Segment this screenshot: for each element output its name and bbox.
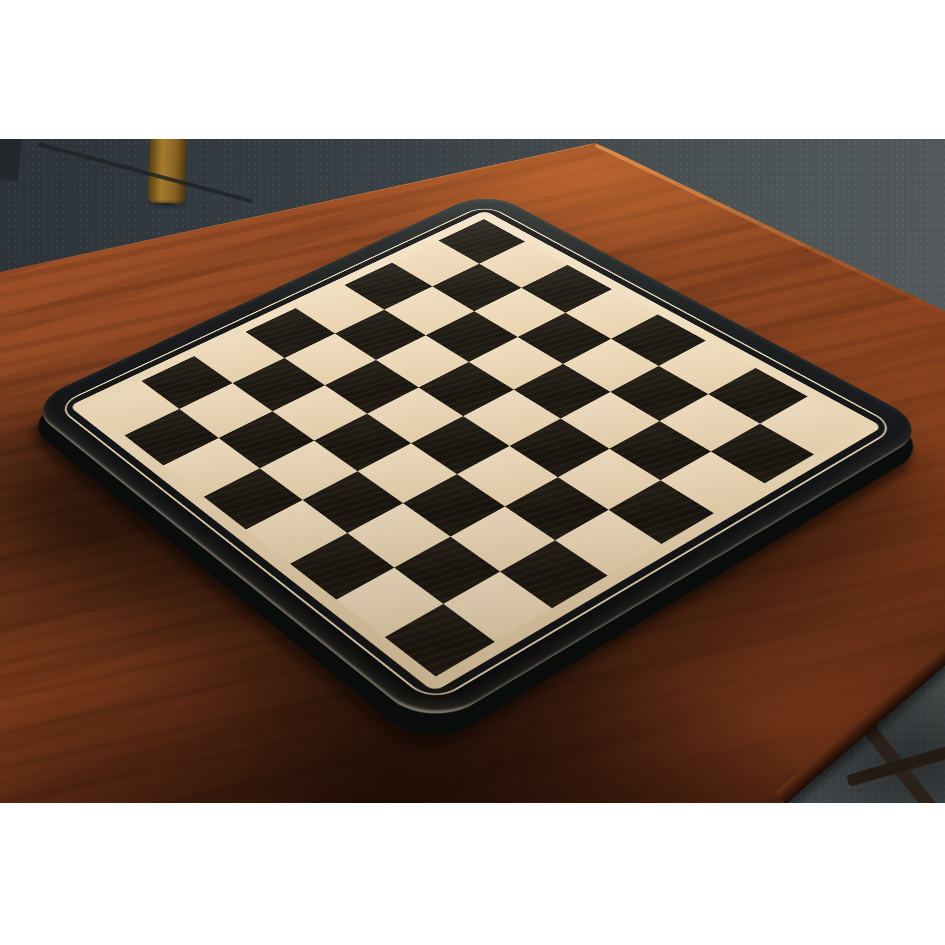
product-photo-page bbox=[0, 0, 945, 945]
photo-scene bbox=[0, 139, 945, 803]
chair-leg bbox=[148, 139, 187, 204]
